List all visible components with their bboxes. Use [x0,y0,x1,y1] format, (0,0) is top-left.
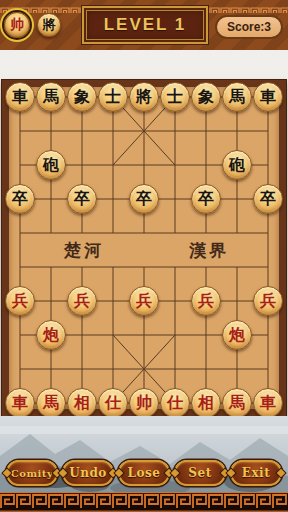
comity-button[interactable]: Comity [6,460,58,486]
button-bar: Comity Undo Lose Set Exit [0,458,288,488]
level-title: LEVEL 1 [104,15,187,35]
piece-red-elephant[interactable]: 相 [191,388,221,418]
set-button[interactable]: Set [174,460,226,486]
piece-red-soldier[interactable]: 兵 [5,286,35,316]
score-badge: Score:3 [215,15,283,39]
piece-black-soldier[interactable]: 卒 [129,184,159,214]
piece-black-horse[interactable]: 馬 [36,82,66,112]
piece-red-cannon[interactable]: 炮 [222,320,252,350]
topbar-bottom-pattern [0,43,288,50]
piece-black-cannon[interactable]: 砲 [222,150,252,180]
piece-black-advisor[interactable]: 士 [98,82,128,112]
piece-black-general[interactable]: 將 [129,82,159,112]
piece-red-cannon[interactable]: 炮 [36,320,66,350]
piece-black-chariot[interactable]: 車 [5,82,35,112]
piece-red-general[interactable]: 帅 [129,388,159,418]
piece-red-soldier[interactable]: 兵 [129,286,159,316]
piece-red-horse[interactable]: 馬 [222,388,252,418]
piece-red-chariot[interactable]: 車 [253,388,283,418]
top-bar: 帅 將 LEVEL 1 Score:3 [0,0,288,50]
piece-red-elephant[interactable]: 相 [67,388,97,418]
xiangqi-board[interactable]: 楚河 漢界 車馬象士將士象馬車砲砲卒卒卒卒卒兵兵兵兵兵炮炮車馬相仕帅仕相馬車 [2,80,286,416]
piece-red-soldier[interactable]: 兵 [191,286,221,316]
piece-black-advisor[interactable]: 士 [160,82,190,112]
black-general-glyph: 將 [43,16,56,34]
piece-black-soldier[interactable]: 卒 [253,184,283,214]
pieces-layer: 車馬象士將士象馬車砲砲卒卒卒卒卒兵兵兵兵兵炮炮車馬相仕帅仕相馬車 [5,80,284,420]
piece-red-horse[interactable]: 馬 [36,388,66,418]
piece-red-advisor[interactable]: 仕 [98,388,128,418]
piece-black-cannon[interactable]: 砲 [36,150,66,180]
piece-red-soldier[interactable]: 兵 [67,286,97,316]
piece-black-soldier[interactable]: 卒 [5,184,35,214]
level-plaque: LEVEL 1 [82,6,208,44]
exit-button[interactable]: Exit [230,460,282,486]
piece-black-horse[interactable]: 馬 [222,82,252,112]
piece-red-advisor[interactable]: 仕 [160,388,190,418]
piece-black-elephant[interactable]: 象 [191,82,221,112]
black-general-button[interactable]: 將 [37,13,61,37]
undo-button[interactable]: Undo [62,460,114,486]
bottom-border-pattern [0,492,288,512]
piece-red-soldier[interactable]: 兵 [253,286,283,316]
red-general-button[interactable]: 帅 [4,12,30,38]
score-text: Score:3 [227,20,271,34]
piece-black-chariot[interactable]: 車 [253,82,283,112]
lose-button[interactable]: Lose [118,460,170,486]
piece-black-soldier[interactable]: 卒 [67,184,97,214]
piece-red-chariot[interactable]: 車 [5,388,35,418]
app-screen: 帅 將 LEVEL 1 Score:3 楚河 漢界 [0,0,288,512]
piece-black-elephant[interactable]: 象 [67,82,97,112]
red-general-glyph: 帅 [10,16,24,34]
piece-black-soldier[interactable]: 卒 [191,184,221,214]
